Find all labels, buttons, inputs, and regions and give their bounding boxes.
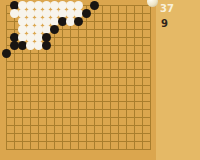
white-count: 37 [160,4,174,14]
black-count: 9 [161,19,168,29]
go-app-window: 37 9 [0,0,200,160]
black-stone [74,17,83,26]
black-stone [82,9,91,18]
black-stone [90,1,99,10]
go-board[interactable] [0,0,156,160]
white-stone-icon [147,0,158,7]
black-stone [50,25,59,34]
black-stone [42,41,51,50]
black-stone [2,49,11,58]
